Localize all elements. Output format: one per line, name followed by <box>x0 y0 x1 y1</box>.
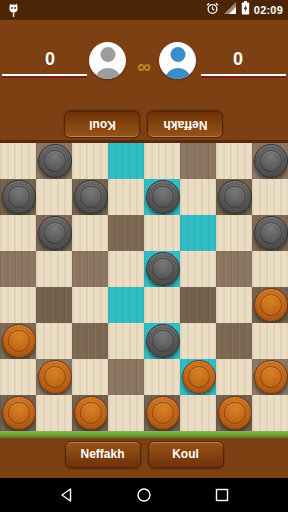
square-r3c0[interactable] <box>0 251 36 287</box>
square-r5c2[interactable] <box>72 323 108 359</box>
square-r7c1[interactable] <box>36 395 72 431</box>
gray-piece[interactable] <box>146 180 180 214</box>
square-r3c1[interactable] <box>36 251 72 287</box>
square-r2c4[interactable] <box>144 215 180 251</box>
square-r2c7[interactable] <box>252 215 288 251</box>
orange-piece[interactable] <box>254 288 288 322</box>
blue-player-avatar <box>159 42 196 79</box>
square-r4c5[interactable] <box>180 287 216 323</box>
square-r5c1[interactable] <box>36 323 72 359</box>
battery-charging-icon <box>241 1 250 19</box>
square-r3c6[interactable] <box>216 251 252 287</box>
square-r1c6[interactable] <box>216 179 252 215</box>
square-r7c3[interactable] <box>108 395 144 431</box>
square-r6c3[interactable] <box>108 359 144 395</box>
square-r0c0[interactable] <box>0 143 36 179</box>
square-r5c0[interactable] <box>0 323 36 359</box>
square-r4c0[interactable] <box>0 287 36 323</box>
square-r7c4[interactable] <box>144 395 180 431</box>
square-r1c2[interactable] <box>72 179 108 215</box>
gray-player-avatar <box>89 42 126 79</box>
top-button-row-rotated: Neffakh Koul <box>0 111 288 138</box>
square-r5c6[interactable] <box>216 323 252 359</box>
avatar-head <box>170 47 185 62</box>
square-r3c3[interactable] <box>108 251 144 287</box>
square-r1c5[interactable] <box>180 179 216 215</box>
right-score-underline <box>201 74 286 76</box>
square-r4c3[interactable] <box>108 287 144 323</box>
gray-piece[interactable] <box>146 324 180 358</box>
gray-piece[interactable] <box>146 252 180 286</box>
square-r1c0[interactable] <box>0 179 36 215</box>
square-r5c7[interactable] <box>252 323 288 359</box>
square-r6c0[interactable] <box>0 359 36 395</box>
avatar-bust <box>94 68 121 79</box>
square-r3c4[interactable] <box>144 251 180 287</box>
square-r6c5[interactable] <box>180 359 216 395</box>
square-r4c6[interactable] <box>216 287 252 323</box>
orange-piece[interactable] <box>38 360 72 394</box>
square-r6c7[interactable] <box>252 359 288 395</box>
square-r5c4[interactable] <box>144 323 180 359</box>
nav-bar <box>0 478 288 512</box>
gray-piece[interactable] <box>38 216 72 250</box>
gray-piece[interactable] <box>254 216 288 250</box>
square-r0c5[interactable] <box>180 143 216 179</box>
gray-piece[interactable] <box>254 144 288 178</box>
orange-piece[interactable] <box>2 396 36 430</box>
orange-piece[interactable] <box>218 396 252 430</box>
square-r5c5[interactable] <box>180 323 216 359</box>
gray-piece[interactable] <box>74 180 108 214</box>
square-r1c3[interactable] <box>108 179 144 215</box>
square-r3c5[interactable] <box>180 251 216 287</box>
bottom-button-row: Neffakh Koul <box>0 441 288 468</box>
square-r7c7[interactable] <box>252 395 288 431</box>
cell-signal-icon <box>223 1 237 19</box>
square-r0c4[interactable] <box>144 143 180 179</box>
nav-recents-icon[interactable] <box>214 487 230 503</box>
board-bottom-green-strip <box>0 431 288 438</box>
square-r7c5[interactable] <box>180 395 216 431</box>
square-r4c1[interactable] <box>36 287 72 323</box>
gray-piece[interactable] <box>218 180 252 214</box>
square-r3c2[interactable] <box>72 251 108 287</box>
gray-piece[interactable] <box>2 180 36 214</box>
square-r4c4[interactable] <box>144 287 180 323</box>
top-neffakh-button[interactable]: Neffakh <box>148 111 224 138</box>
owl-notification-icon <box>7 2 20 22</box>
square-r4c2[interactable] <box>72 287 108 323</box>
square-r0c2[interactable] <box>72 143 108 179</box>
square-r6c2[interactable] <box>72 359 108 395</box>
status-bar: 02:09 <box>0 0 288 20</box>
square-r0c6[interactable] <box>216 143 252 179</box>
right-score: 0 <box>218 49 258 70</box>
phone-screen: 02:09 0 ∞ 0 Neffakh Koul Neffakh Koul <box>0 0 288 512</box>
avatar-head <box>100 47 115 62</box>
square-r6c6[interactable] <box>216 359 252 395</box>
gray-piece[interactable] <box>38 144 72 178</box>
orange-piece[interactable] <box>146 396 180 430</box>
left-score: 0 <box>30 49 70 70</box>
square-r4c7[interactable] <box>252 287 288 323</box>
square-r6c1[interactable] <box>36 359 72 395</box>
orange-piece[interactable] <box>74 396 108 430</box>
alarm-icon <box>206 1 219 19</box>
infinity-separator: ∞ <box>130 57 158 77</box>
left-score-underline <box>2 74 87 76</box>
square-r1c4[interactable] <box>144 179 180 215</box>
orange-piece[interactable] <box>182 360 216 394</box>
orange-piece[interactable] <box>2 324 36 358</box>
square-r2c2[interactable] <box>72 215 108 251</box>
square-r6c4[interactable] <box>144 359 180 395</box>
neffakh-button[interactable]: Neffakh <box>65 441 141 468</box>
square-r5c3[interactable] <box>108 323 144 359</box>
status-time: 02:09 <box>254 4 283 16</box>
square-r0c3[interactable] <box>108 143 144 179</box>
square-r1c7[interactable] <box>252 179 288 215</box>
square-r7c2[interactable] <box>72 395 108 431</box>
avatar-bust <box>164 68 191 79</box>
orange-piece[interactable] <box>254 360 288 394</box>
square-r2c3[interactable] <box>108 215 144 251</box>
board <box>0 143 288 431</box>
square-r3c7[interactable] <box>252 251 288 287</box>
top-koul-button[interactable]: Koul <box>65 111 141 138</box>
square-r2c5[interactable] <box>180 215 216 251</box>
square-r0c7[interactable] <box>252 143 288 179</box>
nav-home-icon[interactable] <box>136 487 152 503</box>
square-r7c6[interactable] <box>216 395 252 431</box>
square-r7c0[interactable] <box>0 395 36 431</box>
nav-back-icon[interactable] <box>58 487 74 503</box>
square-r1c1[interactable] <box>36 179 72 215</box>
koul-button[interactable]: Koul <box>148 441 224 468</box>
square-r2c6[interactable] <box>216 215 252 251</box>
square-r2c1[interactable] <box>36 215 72 251</box>
square-r0c1[interactable] <box>36 143 72 179</box>
square-r2c0[interactable] <box>0 215 36 251</box>
